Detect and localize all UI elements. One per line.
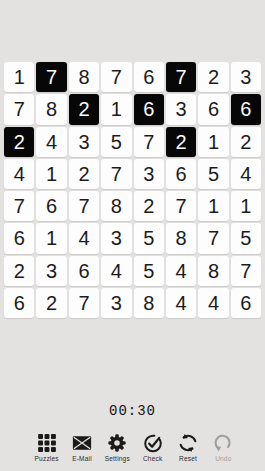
check-circle-icon <box>143 433 163 453</box>
puzzles-label: Puzzles <box>35 455 59 462</box>
settings-label: Settings <box>105 455 130 462</box>
cell-r2c2[interactable]: 8 <box>36 94 66 124</box>
email-button[interactable]: E-Mail <box>64 433 99 462</box>
reset-icon <box>178 433 198 453</box>
gear-icon <box>107 433 127 453</box>
cell-r2c7[interactable]: 6 <box>198 94 228 124</box>
email-label: E-Mail <box>72 455 92 462</box>
cell-r1c8[interactable]: 3 <box>231 62 261 92</box>
cell-r4c5[interactable]: 3 <box>134 159 164 189</box>
cell-r4c6[interactable]: 6 <box>166 159 196 189</box>
cell-r5c3[interactable]: 7 <box>69 191 99 221</box>
cell-r1c4[interactable]: 7 <box>101 62 131 92</box>
cell-r5c5[interactable]: 2 <box>134 191 164 221</box>
cell-r3c6-shaded[interactable]: 2 <box>166 127 196 157</box>
hitori-board: 1787672378216366243572124127365476782711… <box>4 62 261 318</box>
cell-r6c2[interactable]: 1 <box>36 223 66 253</box>
cell-r5c8[interactable]: 1 <box>231 191 261 221</box>
cell-r6c5[interactable]: 5 <box>134 223 164 253</box>
puzzles-button[interactable]: Puzzles <box>29 433 64 462</box>
timer: 00:30 <box>0 403 265 419</box>
cell-r8c7[interactable]: 4 <box>198 288 228 318</box>
check-button[interactable]: Check <box>135 433 170 462</box>
cell-r1c3[interactable]: 8 <box>69 62 99 92</box>
toolbar: Puzzles E-Mail Settings <box>29 433 241 466</box>
cell-r1c7[interactable]: 2 <box>198 62 228 92</box>
cell-r2c3-shaded[interactable]: 2 <box>69 94 99 124</box>
cell-r7c8[interactable]: 7 <box>231 256 261 286</box>
cell-r7c7[interactable]: 8 <box>198 256 228 286</box>
cell-r4c4[interactable]: 7 <box>101 159 131 189</box>
cell-r4c1[interactable]: 4 <box>4 159 34 189</box>
cell-r7c4[interactable]: 4 <box>101 256 131 286</box>
cell-r4c8[interactable]: 4 <box>231 159 261 189</box>
cell-r6c8[interactable]: 5 <box>231 223 261 253</box>
cell-r6c1[interactable]: 6 <box>4 223 34 253</box>
cell-r5c6[interactable]: 7 <box>166 191 196 221</box>
undo-label: Undo <box>215 455 231 462</box>
cell-r5c7[interactable]: 1 <box>198 191 228 221</box>
cell-r1c2-shaded[interactable]: 7 <box>36 62 66 92</box>
cell-r1c1[interactable]: 1 <box>4 62 34 92</box>
cell-r7c5[interactable]: 5 <box>134 256 164 286</box>
cell-r7c1[interactable]: 2 <box>4 256 34 286</box>
cell-r2c1[interactable]: 7 <box>4 94 34 124</box>
cell-r1c6-shaded[interactable]: 7 <box>166 62 196 92</box>
cell-r4c7[interactable]: 5 <box>198 159 228 189</box>
cell-r3c1-shaded[interactable]: 2 <box>4 127 34 157</box>
cell-r8c3[interactable]: 7 <box>69 288 99 318</box>
cell-r3c3[interactable]: 3 <box>69 127 99 157</box>
cell-r7c3[interactable]: 6 <box>69 256 99 286</box>
cell-r6c6[interactable]: 8 <box>166 223 196 253</box>
cell-r3c7[interactable]: 1 <box>198 127 228 157</box>
cell-r3c5[interactable]: 7 <box>134 127 164 157</box>
cell-r6c7[interactable]: 7 <box>198 223 228 253</box>
undo-button[interactable]: Undo <box>206 433 241 462</box>
cell-r6c4[interactable]: 3 <box>101 223 131 253</box>
reset-label: Reset <box>179 455 197 462</box>
cell-r7c6[interactable]: 4 <box>166 256 196 286</box>
cell-r7c2[interactable]: 3 <box>36 256 66 286</box>
cell-r4c2[interactable]: 1 <box>36 159 66 189</box>
cell-r8c8[interactable]: 6 <box>231 288 261 318</box>
cell-r3c4[interactable]: 5 <box>101 127 131 157</box>
grid-icon <box>37 433 57 453</box>
cell-r5c1[interactable]: 7 <box>4 191 34 221</box>
cell-r8c5[interactable]: 8 <box>134 288 164 318</box>
check-label: Check <box>143 455 162 462</box>
settings-button[interactable]: Settings <box>100 433 135 462</box>
cell-r8c1[interactable]: 6 <box>4 288 34 318</box>
reset-button[interactable]: Reset <box>170 433 205 462</box>
cell-r5c4[interactable]: 8 <box>101 191 131 221</box>
cell-r1c5[interactable]: 6 <box>134 62 164 92</box>
cell-r2c8-shaded[interactable]: 6 <box>231 94 261 124</box>
cell-r3c2[interactable]: 4 <box>36 127 66 157</box>
cell-r5c2[interactable]: 6 <box>36 191 66 221</box>
cell-r8c4[interactable]: 3 <box>101 288 131 318</box>
cell-r2c5-shaded[interactable]: 6 <box>134 94 164 124</box>
cell-r8c2[interactable]: 2 <box>36 288 66 318</box>
envelope-icon <box>72 433 92 453</box>
undo-icon <box>213 433 233 453</box>
cell-r6c3[interactable]: 4 <box>69 223 99 253</box>
cell-r2c6[interactable]: 3 <box>166 94 196 124</box>
cell-r8c6[interactable]: 4 <box>166 288 196 318</box>
cell-r3c8[interactable]: 2 <box>231 127 261 157</box>
cell-r2c4[interactable]: 1 <box>101 94 131 124</box>
cell-r4c3[interactable]: 2 <box>69 159 99 189</box>
